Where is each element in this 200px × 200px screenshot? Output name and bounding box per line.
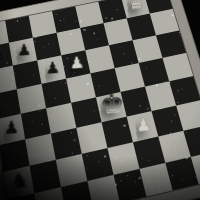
chess-board: ♛♟♟♟♟♟♚♟♞	[0, 0, 200, 200]
board-tilt-wrapper: ♛♟♟♟♟♟♚♟♞	[0, 0, 200, 200]
piece-black-pawn-a7: ♟	[0, 46, 7, 64]
piece-white-queen-g8: ♛	[126, 0, 146, 13]
maze-triangle-logo-icon	[198, 159, 200, 176]
piece-black-pawn-c6: ♟	[44, 58, 60, 76]
piece-black-pawn-b7: ♟	[15, 41, 31, 59]
dust-speck	[184, 15, 185, 16]
dust-speck	[142, 198, 145, 200]
piece-white-pawn-f3: ♟	[135, 115, 152, 134]
piece-black-knight-a2: ♞	[9, 169, 29, 191]
piece-white-pawn-d6: ♟	[68, 53, 84, 71]
chessboard-photo: ♛♟♟♟♟♟♚♟♞	[0, 0, 200, 200]
board-frame: ♛♟♟♟♟♟♚♟♞	[0, 0, 200, 200]
dust-speck	[182, 25, 183, 26]
dust-speck	[188, 36, 189, 37]
piece-black-pawn-a4: ♟	[2, 118, 19, 137]
